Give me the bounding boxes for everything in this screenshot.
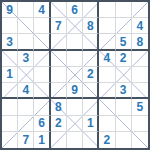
cell-r3c1[interactable]: 3	[2, 34, 18, 50]
cell-r1c8[interactable]	[116, 2, 132, 18]
cell-r7c7[interactable]	[99, 99, 115, 115]
cell-r3c6[interactable]	[83, 34, 99, 50]
cell-r4c3[interactable]	[34, 51, 50, 67]
cell-r4c7[interactable]: 4	[99, 51, 115, 67]
cell-r3c2[interactable]	[18, 34, 34, 50]
cell-r5c4[interactable]	[51, 67, 67, 83]
cell-r5c3[interactable]	[34, 67, 50, 83]
cell-r7c9[interactable]: 5	[132, 99, 148, 115]
cell-r9c5[interactable]	[67, 132, 83, 148]
cell-r1c4[interactable]	[51, 2, 67, 18]
cell-r4c1[interactable]	[2, 51, 18, 67]
cell-r4c4[interactable]	[51, 51, 67, 67]
cell-r6c1[interactable]	[2, 83, 18, 99]
cell-r5c2[interactable]	[18, 67, 34, 83]
cell-r7c5[interactable]	[67, 99, 83, 115]
cell-r7c3[interactable]	[34, 99, 50, 115]
cell-r7c4[interactable]: 8	[51, 99, 67, 115]
cell-r8c8[interactable]	[116, 116, 132, 132]
cell-r4c6[interactable]	[83, 51, 99, 67]
cell-r1c3[interactable]: 4	[34, 2, 50, 18]
cell-r5c8[interactable]	[116, 67, 132, 83]
cell-r3c4[interactable]	[51, 34, 67, 50]
cell-r9c2[interactable]: 7	[18, 132, 34, 148]
cell-r3c7[interactable]	[99, 34, 115, 50]
cell-r1c9[interactable]	[132, 2, 148, 18]
cell-r1c2[interactable]	[18, 2, 34, 18]
cell-r7c6[interactable]	[83, 99, 99, 115]
cell-r7c2[interactable]	[18, 99, 34, 115]
cell-r2c3[interactable]	[34, 18, 50, 34]
cell-r2c9[interactable]: 4	[132, 18, 148, 34]
cell-r5c1[interactable]: 1	[2, 67, 18, 83]
cell-r3c5[interactable]	[67, 34, 83, 50]
cell-r3c3[interactable]	[34, 34, 50, 50]
cell-r6c6[interactable]	[83, 83, 99, 99]
cell-r8c9[interactable]	[132, 116, 148, 132]
cell-r5c6[interactable]: 2	[83, 67, 99, 83]
cell-r8c7[interactable]	[99, 116, 115, 132]
cell-r7c1[interactable]	[2, 99, 18, 115]
cell-r8c2[interactable]	[18, 116, 34, 132]
cell-r7c8[interactable]	[116, 99, 132, 115]
sudoku-board: 9467843583421249385621712	[0, 0, 150, 150]
cell-r2c6[interactable]: 8	[83, 18, 99, 34]
cell-r1c6[interactable]	[83, 2, 99, 18]
cell-r9c8[interactable]	[116, 132, 132, 148]
cell-r3c9[interactable]: 8	[132, 34, 148, 50]
cell-r9c3[interactable]: 1	[34, 132, 50, 148]
cell-r6c9[interactable]	[132, 83, 148, 99]
cell-r8c5[interactable]	[67, 116, 83, 132]
cell-r4c2[interactable]: 3	[18, 51, 34, 67]
cell-r2c7[interactable]	[99, 18, 115, 34]
cell-r2c8[interactable]	[116, 18, 132, 34]
cell-r6c5[interactable]: 9	[67, 83, 83, 99]
cell-r8c3[interactable]: 6	[34, 116, 50, 132]
cell-r5c9[interactable]	[132, 67, 148, 83]
cell-r1c1[interactable]: 9	[2, 2, 18, 18]
cell-r8c4[interactable]: 2	[51, 116, 67, 132]
cell-r9c4[interactable]	[51, 132, 67, 148]
cell-r9c1[interactable]	[2, 132, 18, 148]
cell-r6c2[interactable]: 4	[18, 83, 34, 99]
cell-r9c6[interactable]	[83, 132, 99, 148]
cell-r5c7[interactable]	[99, 67, 115, 83]
cell-r2c1[interactable]	[2, 18, 18, 34]
cell-r8c1[interactable]	[2, 116, 18, 132]
cell-r6c3[interactable]	[34, 83, 50, 99]
cell-r6c4[interactable]	[51, 83, 67, 99]
cell-r2c4[interactable]: 7	[51, 18, 67, 34]
cell-r1c5[interactable]: 6	[67, 2, 83, 18]
cell-r4c8[interactable]: 2	[116, 51, 132, 67]
cell-r4c5[interactable]	[67, 51, 83, 67]
cell-r6c7[interactable]	[99, 83, 115, 99]
cell-r8c6[interactable]: 1	[83, 116, 99, 132]
cell-r5c5[interactable]	[67, 67, 83, 83]
cell-r9c9[interactable]	[132, 132, 148, 148]
cell-r3c8[interactable]: 5	[116, 34, 132, 50]
cell-r1c7[interactable]	[99, 2, 115, 18]
cell-r6c8[interactable]: 3	[116, 83, 132, 99]
cell-r9c7[interactable]: 2	[99, 132, 115, 148]
cell-r4c9[interactable]	[132, 51, 148, 67]
cell-r2c2[interactable]	[18, 18, 34, 34]
cell-r2c5[interactable]	[67, 18, 83, 34]
sudoku-grid: 9467843583421249385621712	[2, 2, 148, 148]
